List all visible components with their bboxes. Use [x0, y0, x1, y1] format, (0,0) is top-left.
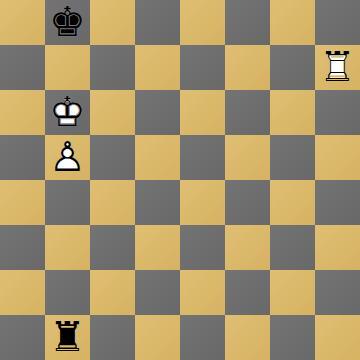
square-g8[interactable]: [270, 0, 315, 45]
square-h1[interactable]: [315, 315, 360, 360]
square-g6[interactable]: [270, 90, 315, 135]
square-e5[interactable]: [180, 135, 225, 180]
square-e4[interactable]: [180, 180, 225, 225]
square-c6[interactable]: [90, 90, 135, 135]
square-a8[interactable]: [0, 0, 45, 45]
square-d5[interactable]: [135, 135, 180, 180]
chess-board: ♚♜♖♚♔♟♙♜: [0, 0, 360, 360]
square-b2[interactable]: [45, 270, 90, 315]
square-e3[interactable]: [180, 225, 225, 270]
square-c4[interactable]: [90, 180, 135, 225]
square-d1[interactable]: [135, 315, 180, 360]
square-a7[interactable]: [0, 45, 45, 90]
square-e2[interactable]: [180, 270, 225, 315]
white-king-glyph-outline: ♔: [45, 90, 90, 135]
square-c3[interactable]: [90, 225, 135, 270]
square-d7[interactable]: [135, 45, 180, 90]
square-e1[interactable]: [180, 315, 225, 360]
square-f5[interactable]: [225, 135, 270, 180]
square-g7[interactable]: [270, 45, 315, 90]
square-c2[interactable]: [90, 270, 135, 315]
square-h6[interactable]: [315, 90, 360, 135]
black-rook-piece[interactable]: ♜: [45, 315, 90, 360]
square-d6[interactable]: [135, 90, 180, 135]
square-g4[interactable]: [270, 180, 315, 225]
square-b1[interactable]: ♜: [45, 315, 90, 360]
square-h5[interactable]: [315, 135, 360, 180]
square-d8[interactable]: [135, 0, 180, 45]
square-g2[interactable]: [270, 270, 315, 315]
square-d4[interactable]: [135, 180, 180, 225]
square-g1[interactable]: [270, 315, 315, 360]
square-f2[interactable]: [225, 270, 270, 315]
square-h7[interactable]: ♜♖: [315, 45, 360, 90]
square-f4[interactable]: [225, 180, 270, 225]
square-c1[interactable]: [90, 315, 135, 360]
square-a1[interactable]: [0, 315, 45, 360]
square-f1[interactable]: [225, 315, 270, 360]
square-h3[interactable]: [315, 225, 360, 270]
square-f6[interactable]: [225, 90, 270, 135]
square-a2[interactable]: [0, 270, 45, 315]
square-c5[interactable]: [90, 135, 135, 180]
black-rook-glyph: ♜: [45, 315, 90, 360]
square-a6[interactable]: [0, 90, 45, 135]
square-e7[interactable]: [180, 45, 225, 90]
square-f7[interactable]: [225, 45, 270, 90]
square-d2[interactable]: [135, 270, 180, 315]
square-b3[interactable]: [45, 225, 90, 270]
square-b5[interactable]: ♟♙: [45, 135, 90, 180]
square-b8[interactable]: ♚: [45, 0, 90, 45]
square-c7[interactable]: [90, 45, 135, 90]
white-rook-glyph-outline: ♖: [315, 45, 360, 90]
square-e8[interactable]: [180, 0, 225, 45]
square-b7[interactable]: [45, 45, 90, 90]
square-g3[interactable]: [270, 225, 315, 270]
square-d3[interactable]: [135, 225, 180, 270]
white-pawn-glyph-outline: ♙: [45, 135, 90, 180]
square-g5[interactable]: [270, 135, 315, 180]
black-king-piece[interactable]: ♚: [45, 0, 90, 45]
square-b6[interactable]: ♚♔: [45, 90, 90, 135]
square-f3[interactable]: [225, 225, 270, 270]
white-king-piece[interactable]: ♚♔: [45, 90, 90, 135]
square-a5[interactable]: [0, 135, 45, 180]
square-b4[interactable]: [45, 180, 90, 225]
square-h8[interactable]: [315, 0, 360, 45]
square-e6[interactable]: [180, 90, 225, 135]
square-h4[interactable]: [315, 180, 360, 225]
black-king-glyph: ♚: [45, 0, 90, 45]
square-c8[interactable]: [90, 0, 135, 45]
square-h2[interactable]: [315, 270, 360, 315]
square-a3[interactable]: [0, 225, 45, 270]
white-rook-piece[interactable]: ♜♖: [315, 45, 360, 90]
square-a4[interactable]: [0, 180, 45, 225]
white-pawn-piece[interactable]: ♟♙: [45, 135, 90, 180]
square-f8[interactable]: [225, 0, 270, 45]
